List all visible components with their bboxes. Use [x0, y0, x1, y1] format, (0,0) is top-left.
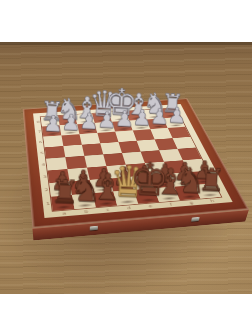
file-label: c: [106, 208, 110, 212]
square-a6: [43, 135, 63, 147]
rank-label: 7: [38, 130, 41, 133]
file-label: b: [84, 210, 88, 214]
square-h1: ♜: [194, 183, 221, 198]
piece-silver-pawn: ♟: [149, 106, 169, 129]
file-label: h: [210, 199, 215, 203]
file-label: f: [169, 203, 172, 207]
file-label: a: [62, 211, 66, 215]
square-b6: [61, 134, 81, 146]
rank-label: 2: [44, 188, 48, 192]
piece-silver-pawn: ♟: [132, 107, 152, 130]
rank-label: 5: [40, 152, 44, 155]
piece-brown-rook: ♜: [197, 165, 225, 197]
square-f7: ♟: [129, 119, 150, 130]
square-d6: [97, 132, 118, 144]
piece-silver-pawn: ♟: [60, 111, 80, 134]
board-grid: ♜♞♝♛♚♝♞♜♟♟♟♟♟♟♟♟♟♟♟♟♟♟♟♟♜♞♝♛♚♝♞♜: [40, 108, 223, 212]
piece-silver-pawn: ♟: [42, 113, 63, 136]
clasp-right-icon: [191, 217, 200, 222]
product-photo: 87654321 abcdefgh ♜♞♝♛♚♝♞♜♟♟♟♟♟♟♟♟♟♟♟♟♟♟…: [0, 42, 252, 294]
file-label: d: [127, 206, 132, 210]
rank-label: 4: [42, 163, 46, 166]
piece-silver-pawn: ♟: [78, 110, 98, 133]
rank-label: 6: [39, 141, 42, 144]
piece-silver-pawn: ♟: [114, 108, 134, 131]
piece-silver-pawn: ♟: [167, 104, 187, 127]
file-label: e: [148, 204, 153, 208]
rank-label: 3: [43, 175, 47, 179]
clasp-left-icon: [90, 226, 98, 231]
piece-silver-pawn: ♟: [96, 109, 116, 132]
file-label: g: [189, 201, 194, 205]
